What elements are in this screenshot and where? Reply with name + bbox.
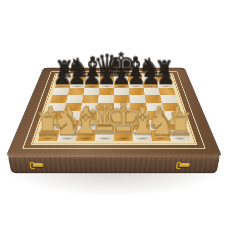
white-rook-h1[interactable]: ♜ [168, 130, 190, 141]
photo-background: ♜♞♝♛♚♝♞♜♟♟♟♟♟♟♟♟♟♟♟♟♟♟♟♟♜♞♝♛♚♝♞♜ [0, 0, 228, 228]
brass-clasp-left [33, 163, 44, 167]
box-front-face [8, 157, 219, 173]
brass-clasp-right [179, 163, 189, 167]
piece-glyph: ♜ [167, 109, 195, 140]
scene: ♜♞♝♛♚♝♞♜♟♟♟♟♟♟♟♟♟♟♟♟♟♟♟♟♜♞♝♛♚♝♞♜ [0, 0, 228, 228]
chess-box-lid: ♜♞♝♛♚♝♞♜♟♟♟♟♟♟♟♟♟♟♟♟♟♟♟♟♜♞♝♛♚♝♞♜ [6, 68, 221, 157]
